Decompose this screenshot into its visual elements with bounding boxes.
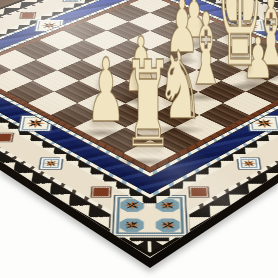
board-side-wrap bbox=[0, 0, 278, 278]
chess-board-product-photo: ♟♟♜♞♟♟♝♚♟♝ bbox=[0, 0, 278, 278]
board-side-edge bbox=[0, 0, 278, 278]
